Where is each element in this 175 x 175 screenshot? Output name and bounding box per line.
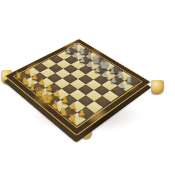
black-pawn[interactable]: ♟ xyxy=(118,81,126,90)
board-frame: ♜♞♝♛♚♝♞♜♟♟♟♟♟♟♟♟♟♟♟♟♟♟♟♟♜♞♝♛♚♝♞♜ xyxy=(4,39,151,136)
white-rook[interactable]: ♜ xyxy=(67,113,77,124)
square-h5[interactable] xyxy=(102,91,118,102)
square-h8[interactable]: ♜ xyxy=(125,76,140,86)
white-pawn[interactable]: ♟ xyxy=(68,102,76,111)
chess-board: ♜♞♝♛♚♝♞♜♟♟♟♟♟♟♟♟♟♟♟♟♟♟♟♟♜♞♝♛♚♝♞♜ xyxy=(4,39,151,136)
black-pawn[interactable]: ♟ xyxy=(93,66,100,74)
camera-tilt: ♜♞♝♛♚♝♞♜♟♟♟♟♟♟♟♟♟♟♟♟♟♟♟♟♜♞♝♛♚♝♞♜ xyxy=(0,0,175,175)
black-pawn[interactable]: ♟ xyxy=(109,76,117,84)
black-pawn[interactable]: ♟ xyxy=(86,61,93,69)
white-pawn[interactable]: ♟ xyxy=(77,108,86,118)
black-pawn[interactable]: ♟ xyxy=(64,47,71,55)
black-pawn[interactable]: ♟ xyxy=(71,51,78,59)
board-squares: ♜♞♝♛♚♝♞♜♟♟♟♟♟♟♟♟♟♟♟♟♟♟♟♟♜♞♝♛♚♝♞♜ xyxy=(16,44,140,126)
white-pawn[interactable]: ♟ xyxy=(60,95,68,104)
chess-set-photo: ♜♞♝♛♚♝♞♜♟♟♟♟♟♟♟♟♟♟♟♟♟♟♟♟♜♞♝♛♚♝♞♜ xyxy=(0,0,175,175)
black-pawn[interactable]: ♟ xyxy=(78,56,85,64)
black-pawn[interactable]: ♟ xyxy=(101,71,109,79)
